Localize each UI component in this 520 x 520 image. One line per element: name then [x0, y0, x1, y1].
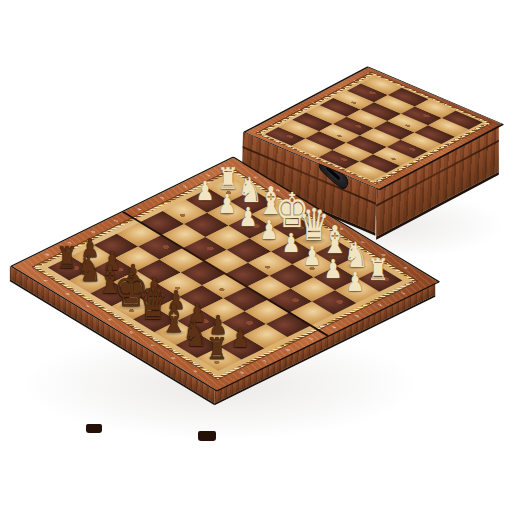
piece-white-pawn[interactable]: ♟ [303, 241, 322, 271]
piece-white-pawn[interactable]: ♟ [217, 190, 236, 220]
piece-black-knight[interactable]: ♞ [183, 313, 208, 353]
piece-white-pawn[interactable]: ♟ [281, 228, 300, 258]
coord-label: b [170, 356, 176, 359]
piece-black-rook[interactable]: ♜ [206, 331, 228, 366]
coord-label: c [149, 343, 155, 346]
coord-label: 5 [308, 337, 314, 340]
piece-white-pawn[interactable]: ♟ [196, 177, 215, 207]
coord-label: h [42, 279, 48, 282]
board-foot [86, 424, 102, 433]
coord-label: 7 [262, 360, 268, 363]
coord-label: 5 [113, 219, 119, 222]
coord-label: a [192, 369, 198, 372]
coord-label: a [402, 266, 408, 269]
coord-label: 6 [285, 348, 291, 351]
coord-label: f [86, 305, 91, 308]
coord-label: 4 [136, 208, 142, 211]
piece-white-pawn[interactable]: ♟ [260, 215, 279, 245]
coord-label: 4 [331, 326, 337, 329]
piece-white-pawn[interactable]: ♟ [345, 267, 364, 297]
coord-label: 8 [44, 253, 50, 256]
board-hinge [198, 431, 216, 441]
coord-label: 8 [239, 371, 245, 374]
coord-label: 2 [182, 185, 188, 188]
coord-label: 3 [354, 314, 360, 317]
coord-label: e [106, 318, 112, 321]
piece-black-pawn[interactable]: ♟ [230, 324, 249, 354]
coord-label: 2 [377, 303, 383, 306]
coord-label: g [64, 292, 70, 295]
coord-label: d [128, 330, 134, 333]
chess-set-scene: •••••••••••••••••• 88hh77gg66ff55ee44dd3… [0, 0, 520, 520]
piece-black-rook[interactable]: ♜ [57, 240, 79, 275]
piece-white-rook[interactable]: ♜ [367, 251, 389, 286]
piece-white-pawn[interactable]: ♟ [324, 254, 343, 284]
coord-label: 3 [159, 196, 165, 199]
piece-white-pawn[interactable]: ♟ [239, 202, 258, 232]
coord-label: 1 [400, 292, 406, 295]
